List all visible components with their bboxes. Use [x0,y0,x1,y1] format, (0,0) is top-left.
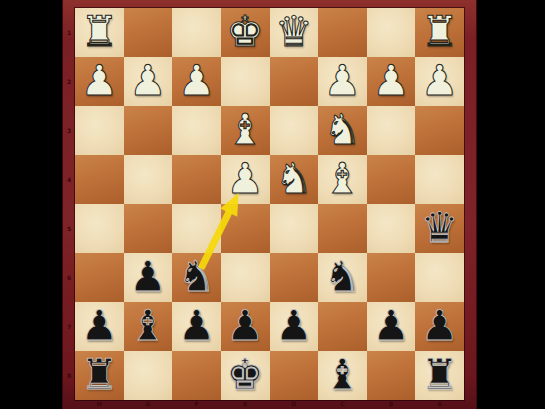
square-h5[interactable] [75,204,124,253]
square-f3[interactable] [172,106,221,155]
black-knight-c6[interactable]: ♞ [324,256,362,298]
square-h1[interactable]: ♜ [75,8,124,57]
rank-label-6: 6 [63,274,75,281]
file-label-e: E [221,400,270,409]
square-c2[interactable]: ♟ [318,57,367,106]
square-b1[interactable] [367,8,416,57]
rank-label-2: 2 [63,78,75,85]
black-queen-a5[interactable]: ♛ [421,207,459,249]
square-g4[interactable] [124,155,173,204]
file-label-b: B [367,400,416,409]
square-e3[interactable]: ♝ [221,106,270,155]
square-g7[interactable]: ♝ [124,302,173,351]
square-g5[interactable] [124,204,173,253]
square-a4[interactable] [415,155,464,204]
black-rook-h8[interactable]: ♜ [80,354,118,396]
black-pawn-d7[interactable]: ♟ [275,305,313,347]
square-a8[interactable]: ♜ [415,351,464,400]
board-squares: ♜♚♛♜♟♟♟♟♟♟♝♞♟♞♝♛♟♞♞♟♝♟♟♟♟♟♜♚♝♜ [75,8,464,400]
square-b7[interactable]: ♟ [367,302,416,351]
square-g6[interactable]: ♟ [124,253,173,302]
board-frame: ♜♚♛♜♟♟♟♟♟♟♝♞♟♞♝♛♟♞♞♟♝♟♟♟♟♟♜♚♝♜ 12345678H… [62,0,477,409]
square-a2[interactable]: ♟ [415,57,464,106]
square-h3[interactable] [75,106,124,155]
square-b8[interactable] [367,351,416,400]
file-label-d: D [270,400,319,409]
black-pawn-e7[interactable]: ♟ [226,305,264,347]
square-f5[interactable] [172,204,221,253]
white-knight-d4[interactable]: ♞ [275,158,313,200]
white-pawn-f2[interactable]: ♟ [178,60,216,102]
square-h8[interactable]: ♜ [75,351,124,400]
square-a5[interactable]: ♛ [415,204,464,253]
file-label-a: A [415,400,464,409]
black-pawn-g6[interactable]: ♟ [129,256,167,298]
white-bishop-e3[interactable]: ♝ [226,109,264,151]
square-c7[interactable] [318,302,367,351]
rank-label-4: 4 [63,176,75,183]
square-e4[interactable]: ♟ [221,155,270,204]
white-pawn-e4[interactable]: ♟ [226,158,264,200]
white-queen-d1[interactable]: ♛ [275,11,313,53]
file-label-c: C [318,400,367,409]
white-rook-h1[interactable]: ♜ [80,11,118,53]
square-h7[interactable]: ♟ [75,302,124,351]
white-pawn-g2[interactable]: ♟ [129,60,167,102]
square-c5[interactable] [318,204,367,253]
white-pawn-a2[interactable]: ♟ [421,60,459,102]
square-a1[interactable]: ♜ [415,8,464,57]
square-g8[interactable] [124,351,173,400]
square-f8[interactable] [172,351,221,400]
square-d2[interactable] [270,57,319,106]
square-c8[interactable]: ♝ [318,351,367,400]
white-king-e1[interactable]: ♚ [226,11,264,53]
square-b5[interactable] [367,204,416,253]
rank-label-8: 8 [63,372,75,379]
black-rook-a8[interactable]: ♜ [421,354,459,396]
white-pawn-c2[interactable]: ♟ [324,60,362,102]
square-d5[interactable] [270,204,319,253]
square-b2[interactable]: ♟ [367,57,416,106]
square-f2[interactable]: ♟ [172,57,221,106]
white-knight-c3[interactable]: ♞ [324,109,362,151]
black-knight-f6[interactable]: ♞ [178,256,216,298]
square-b3[interactable] [367,106,416,155]
black-bishop-c8[interactable]: ♝ [324,354,362,396]
square-a6[interactable] [415,253,464,302]
square-e2[interactable] [221,57,270,106]
square-g1[interactable] [124,8,173,57]
rank-label-5: 5 [63,225,75,232]
file-label-g: G [124,400,173,409]
square-e1[interactable]: ♚ [221,8,270,57]
rank-label-3: 3 [63,127,75,134]
square-h2[interactable]: ♟ [75,57,124,106]
square-d6[interactable] [270,253,319,302]
square-e7[interactable]: ♟ [221,302,270,351]
black-pawn-a7[interactable]: ♟ [421,305,459,347]
square-e8[interactable]: ♚ [221,351,270,400]
black-pawn-h7[interactable]: ♟ [80,305,118,347]
black-bishop-g7[interactable]: ♝ [129,305,167,347]
black-pawn-b7[interactable]: ♟ [372,305,410,347]
white-pawn-h2[interactable]: ♟ [80,60,118,102]
square-d3[interactable] [270,106,319,155]
square-d7[interactable]: ♟ [270,302,319,351]
white-rook-a1[interactable]: ♜ [421,11,459,53]
file-label-f: F [172,400,221,409]
square-a3[interactable] [415,106,464,155]
square-g3[interactable] [124,106,173,155]
square-f6[interactable]: ♞ [172,253,221,302]
square-h6[interactable] [75,253,124,302]
white-pawn-b2[interactable]: ♟ [372,60,410,102]
square-f1[interactable] [172,8,221,57]
black-pawn-f7[interactable]: ♟ [178,305,216,347]
square-e6[interactable] [221,253,270,302]
square-h4[interactable] [75,155,124,204]
square-b6[interactable] [367,253,416,302]
square-e5[interactable] [221,204,270,253]
square-d4[interactable]: ♞ [270,155,319,204]
square-a7[interactable]: ♟ [415,302,464,351]
file-label-h: H [75,400,124,409]
square-c6[interactable]: ♞ [318,253,367,302]
square-f4[interactable] [172,155,221,204]
rank-label-1: 1 [63,29,75,36]
square-c4[interactable]: ♝ [318,155,367,204]
rank-label-7: 7 [63,323,75,330]
square-f7[interactable]: ♟ [172,302,221,351]
square-c1[interactable] [318,8,367,57]
black-king-e8[interactable]: ♚ [226,354,264,396]
square-d1[interactable]: ♛ [270,8,319,57]
square-c3[interactable]: ♞ [318,106,367,155]
square-d8[interactable] [270,351,319,400]
square-g2[interactable]: ♟ [124,57,173,106]
chessboard-app: ♜♚♛♜♟♟♟♟♟♟♝♞♟♞♝♛♟♞♞♟♝♟♟♟♟♟♜♚♝♜ 12345678H… [0,0,545,409]
white-bishop-c4[interactable]: ♝ [324,158,362,200]
square-b4[interactable] [367,155,416,204]
